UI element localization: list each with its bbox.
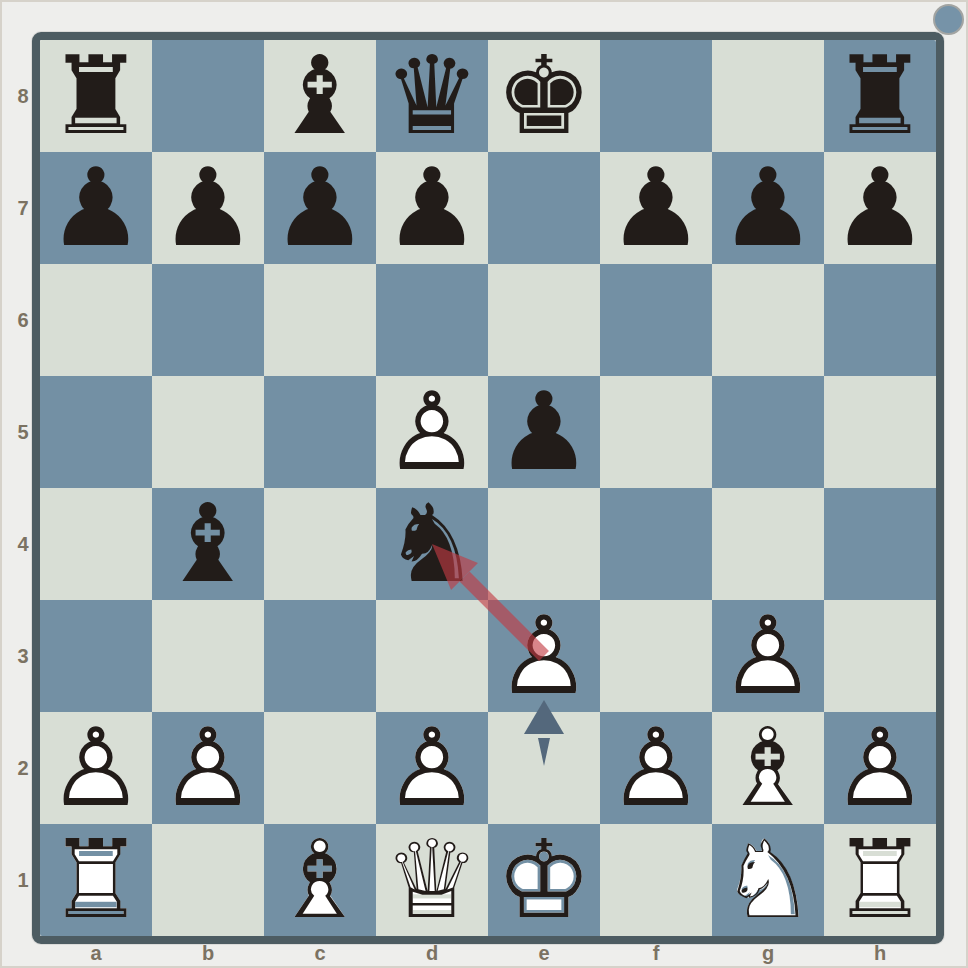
square-a1[interactable]: ♜♖ (40, 824, 152, 936)
piece-glyph-fill: ♝ (152, 488, 264, 600)
square-h7[interactable]: ♟ (824, 152, 936, 264)
black-pawn[interactable]: ♟ (600, 152, 712, 264)
piece-glyph-outline: ♗ (712, 712, 824, 824)
white-pawn[interactable]: ♟♙ (600, 712, 712, 824)
rank-label-4: 4 (6, 488, 40, 600)
black-pawn[interactable]: ♟ (40, 152, 152, 264)
square-g4[interactable] (712, 488, 824, 600)
square-b8[interactable] (152, 40, 264, 152)
black-pawn[interactable]: ♟ (152, 152, 264, 264)
piece-glyph-outline: ♖ (40, 824, 152, 936)
piece-glyph-fill: ♟ (712, 152, 824, 264)
piece-glyph-fill: ♚ (488, 40, 600, 152)
square-e5[interactable]: ♟ (488, 376, 600, 488)
square-d7[interactable]: ♟ (376, 152, 488, 264)
white-bishop[interactable]: ♝♗ (712, 712, 824, 824)
square-e7[interactable] (488, 152, 600, 264)
square-f2[interactable]: ♟♙ (600, 712, 712, 824)
square-b1[interactable] (152, 824, 264, 936)
square-f4[interactable] (600, 488, 712, 600)
square-f1[interactable] (600, 824, 712, 936)
square-c5[interactable] (264, 376, 376, 488)
black-pawn[interactable]: ♟ (712, 152, 824, 264)
square-g5[interactable] (712, 376, 824, 488)
square-c6[interactable] (264, 264, 376, 376)
square-d2[interactable]: ♟♙ (376, 712, 488, 824)
square-f5[interactable] (600, 376, 712, 488)
file-label-f: f (600, 940, 712, 966)
piece-glyph-fill: ♟ (600, 152, 712, 264)
square-d6[interactable] (376, 264, 488, 376)
piece-glyph-fill: ♝ (264, 40, 376, 152)
white-pawn[interactable]: ♟♙ (40, 712, 152, 824)
rank-label-6: 6 (6, 264, 40, 376)
square-f8[interactable] (600, 40, 712, 152)
square-c3[interactable] (264, 600, 376, 712)
piece-glyph-outline: ♔ (488, 824, 600, 936)
square-g3[interactable]: ♟♙ (712, 600, 824, 712)
piece-glyph-outline: ♖ (824, 824, 936, 936)
square-c7[interactable]: ♟ (264, 152, 376, 264)
piece-glyph-fill: ♟ (40, 152, 152, 264)
piece-glyph-fill: ♟ (376, 152, 488, 264)
page: { "game": "chess", "position": { "fen": … (0, 0, 968, 968)
piece-glyph-outline: ♙ (600, 712, 712, 824)
white-bishop[interactable]: ♝♗ (264, 824, 376, 936)
square-h3[interactable] (824, 600, 936, 712)
file-label-b: b (152, 940, 264, 966)
square-h5[interactable] (824, 376, 936, 488)
piece-glyph-outline: ♙ (376, 712, 488, 824)
file-label-g: g (712, 940, 824, 966)
square-c4[interactable] (264, 488, 376, 600)
white-pawn[interactable]: ♟♙ (712, 600, 824, 712)
square-a4[interactable] (40, 488, 152, 600)
square-d1[interactable]: ♛♕ (376, 824, 488, 936)
chess-board: ♜♝♛♚♜♟♟♟♟♟♟♟♟♙♟♝♞♟♙♟♙♟♙♟♙♟♙♟♙♝♗♟♙♜♖♝♗♛♕♚… (32, 32, 944, 944)
black-pawn[interactable]: ♟ (264, 152, 376, 264)
white-rook[interactable]: ♜♖ (824, 824, 936, 936)
piece-glyph-fill: ♜ (824, 40, 936, 152)
white-pawn[interactable]: ♟♙ (376, 376, 488, 488)
piece-glyph-outline: ♙ (152, 712, 264, 824)
square-a3[interactable] (40, 600, 152, 712)
piece-glyph-outline: ♙ (376, 376, 488, 488)
rank-label-3: 3 (6, 600, 40, 712)
white-knight[interactable]: ♞♘ (712, 824, 824, 936)
square-a8[interactable]: ♜ (40, 40, 152, 152)
white-pawn[interactable]: ♟♙ (152, 712, 264, 824)
square-b6[interactable] (152, 264, 264, 376)
rank-label-5: 5 (6, 376, 40, 488)
piece-glyph-outline: ♙ (488, 600, 600, 712)
square-e8[interactable]: ♚ (488, 40, 600, 152)
square-f7[interactable]: ♟ (600, 152, 712, 264)
square-h4[interactable] (824, 488, 936, 600)
black-knight[interactable]: ♞ (376, 488, 488, 600)
file-label-e: e (488, 940, 600, 966)
rank-label-8: 8 (6, 40, 40, 152)
square-h1[interactable]: ♜♖ (824, 824, 936, 936)
rank-label-1: 1 (6, 824, 40, 936)
piece-glyph-outline: ♙ (712, 600, 824, 712)
black-queen[interactable]: ♛ (376, 40, 488, 152)
square-d4[interactable]: ♞ (376, 488, 488, 600)
square-d8[interactable]: ♛ (376, 40, 488, 152)
piece-glyph-outline: ♙ (40, 712, 152, 824)
square-h2[interactable]: ♟♙ (824, 712, 936, 824)
square-e4[interactable] (488, 488, 600, 600)
piece-glyph-fill: ♞ (376, 488, 488, 600)
square-g2[interactable]: ♝♗ (712, 712, 824, 824)
piece-glyph-fill: ♟ (488, 376, 600, 488)
black-rook[interactable]: ♜ (40, 40, 152, 152)
file-label-a: a (40, 940, 152, 966)
black-rook[interactable]: ♜ (824, 40, 936, 152)
move-indicator (933, 4, 964, 35)
square-d3[interactable] (376, 600, 488, 712)
square-a5[interactable] (40, 376, 152, 488)
white-queen[interactable]: ♛♕ (376, 824, 488, 936)
black-pawn[interactable]: ♟ (488, 376, 600, 488)
white-pawn[interactable]: ♟♙ (376, 712, 488, 824)
square-g6[interactable] (712, 264, 824, 376)
square-c1[interactable]: ♝♗ (264, 824, 376, 936)
piece-glyph-fill: ♜ (40, 40, 152, 152)
square-h6[interactable] (824, 264, 936, 376)
piece-glyph-fill: ♛ (376, 40, 488, 152)
white-king[interactable]: ♚♔ (488, 824, 600, 936)
square-b3[interactable] (152, 600, 264, 712)
square-f6[interactable] (600, 264, 712, 376)
square-b7[interactable]: ♟ (152, 152, 264, 264)
square-a2[interactable]: ♟♙ (40, 712, 152, 824)
square-c8[interactable]: ♝ (264, 40, 376, 152)
black-pawn[interactable]: ♟ (824, 152, 936, 264)
rank-label-2: 2 (6, 712, 40, 824)
square-c2[interactable] (264, 712, 376, 824)
square-g7[interactable]: ♟ (712, 152, 824, 264)
file-label-d: d (376, 940, 488, 966)
piece-glyph-fill: ♟ (264, 152, 376, 264)
file-label-c: c (264, 940, 376, 966)
square-e1[interactable]: ♚♔ (488, 824, 600, 936)
square-e3[interactable]: ♟♙ (488, 600, 600, 712)
square-b4[interactable]: ♝ (152, 488, 264, 600)
square-a6[interactable] (40, 264, 152, 376)
black-pawn[interactable]: ♟ (376, 152, 488, 264)
square-a7[interactable]: ♟ (40, 152, 152, 264)
piece-glyph-fill: ♟ (152, 152, 264, 264)
square-d5[interactable]: ♟♙ (376, 376, 488, 488)
piece-glyph-outline: ♕ (376, 824, 488, 936)
square-b5[interactable] (152, 376, 264, 488)
square-g1[interactable]: ♞♘ (712, 824, 824, 936)
black-bishop[interactable]: ♝ (264, 40, 376, 152)
white-pawn[interactable]: ♟♙ (824, 712, 936, 824)
piece-glyph-outline: ♗ (264, 824, 376, 936)
white-pawn[interactable]: ♟♙ (488, 600, 600, 712)
square-g8[interactable] (712, 40, 824, 152)
square-e6[interactable] (488, 264, 600, 376)
board-grid: ♜♝♛♚♜♟♟♟♟♟♟♟♟♙♟♝♞♟♙♟♙♟♙♟♙♟♙♟♙♝♗♟♙♜♖♝♗♛♕♚… (40, 40, 936, 936)
square-e2[interactable] (488, 712, 600, 824)
black-bishop[interactable]: ♝ (152, 488, 264, 600)
piece-glyph-outline: ♙ (824, 712, 936, 824)
piece-glyph-fill: ♟ (824, 152, 936, 264)
black-king[interactable]: ♚ (488, 40, 600, 152)
file-label-h: h (824, 940, 936, 966)
square-b2[interactable]: ♟♙ (152, 712, 264, 824)
white-rook[interactable]: ♜♖ (40, 824, 152, 936)
rank-label-7: 7 (6, 152, 40, 264)
square-f3[interactable] (600, 600, 712, 712)
square-h8[interactable]: ♜ (824, 40, 936, 152)
piece-glyph-outline: ♘ (712, 824, 824, 936)
